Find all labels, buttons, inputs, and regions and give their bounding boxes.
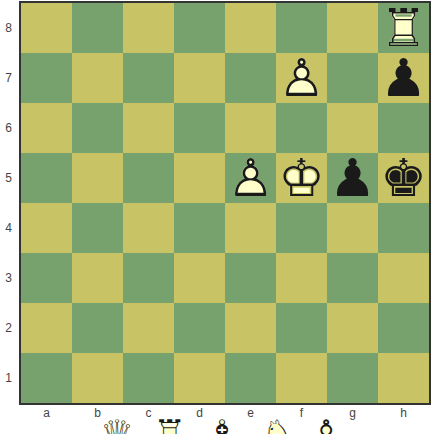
square-a1[interactable] [21,353,72,403]
square-f7[interactable]: ♟♙ [276,53,327,103]
square-b7[interactable] [72,53,123,103]
bishop-outline-glyph: ♗ [200,413,244,434]
square-d4[interactable] [174,203,225,253]
square-h3[interactable] [378,253,429,303]
square-g6[interactable] [327,103,378,153]
square-f5[interactable]: ♚♔ [276,153,327,203]
square-c4[interactable] [123,203,174,253]
square-h2[interactable] [378,303,429,353]
square-g2[interactable] [327,303,378,353]
square-d6[interactable] [174,103,225,153]
spare-piece-white-bishop[interactable]: ♝♗ [200,413,244,434]
square-c7[interactable] [123,53,174,103]
square-b4[interactable] [72,203,123,253]
piece-black-king-h5[interactable]: ♚ [378,153,429,203]
spare-piece-white-knight[interactable]: ♞♘ [256,413,300,434]
rank-label-7: 7 [0,53,17,103]
square-e2[interactable] [225,303,276,353]
square-e4[interactable] [225,203,276,253]
square-a8[interactable] [21,3,72,53]
square-d1[interactable] [174,353,225,403]
square-e8[interactable] [225,3,276,53]
square-d5[interactable] [174,153,225,203]
square-h6[interactable] [378,103,429,153]
square-f6[interactable] [276,103,327,153]
square-a6[interactable] [21,103,72,153]
square-e1[interactable] [225,353,276,403]
knight-outline-glyph: ♘ [256,413,300,434]
spare-piece-white-pawn[interactable]: ♟♙ [304,413,348,434]
square-g4[interactable] [327,203,378,253]
file-label-a: a [21,406,72,420]
square-g7[interactable] [327,53,378,103]
rank-label-8: 8 [0,3,17,53]
square-c6[interactable] [123,103,174,153]
piece-white-pawn-e5[interactable]: ♟♙ [225,153,276,203]
square-f1[interactable] [276,353,327,403]
square-c2[interactable] [123,303,174,353]
file-label-h: h [378,406,429,420]
pawn-outline-glyph: ♙ [276,53,327,103]
square-e6[interactable] [225,103,276,153]
square-f2[interactable] [276,303,327,353]
rank-label-3: 3 [0,253,17,303]
rank-label-4: 4 [0,203,17,253]
piece-white-king-f5[interactable]: ♚♔ [276,153,327,203]
square-e3[interactable] [225,253,276,303]
square-b3[interactable] [72,253,123,303]
square-b5[interactable] [72,153,123,203]
square-g3[interactable] [327,253,378,303]
square-f4[interactable] [276,203,327,253]
square-f3[interactable] [276,253,327,303]
square-d2[interactable] [174,303,225,353]
square-b8[interactable] [72,3,123,53]
pawn-glyph: ♟ [378,53,429,103]
square-h5[interactable]: ♚ [378,153,429,203]
square-g1[interactable] [327,353,378,403]
square-a2[interactable] [21,303,72,353]
square-d7[interactable] [174,53,225,103]
pawn-outline-glyph: ♙ [304,413,348,434]
square-h7[interactable]: ♟ [378,53,429,103]
square-a5[interactable] [21,153,72,203]
king-outline-glyph: ♔ [276,153,327,203]
square-g5[interactable]: ♟ [327,153,378,203]
square-e5[interactable]: ♟♙ [225,153,276,203]
queen-outline-glyph: ♕ [95,413,139,434]
square-h1[interactable] [378,353,429,403]
square-e7[interactable] [225,53,276,103]
piece-white-pawn-f7[interactable]: ♟♙ [276,53,327,103]
piece-black-pawn-g5[interactable]: ♟ [327,153,378,203]
square-b1[interactable] [72,353,123,403]
rank-label-6: 6 [0,103,17,153]
square-h8[interactable]: ♜♖ [378,3,429,53]
pawn-glyph: ♟ [327,153,378,203]
square-c3[interactable] [123,253,174,303]
square-a4[interactable] [21,203,72,253]
square-a3[interactable] [21,253,72,303]
square-d3[interactable] [174,253,225,303]
square-h4[interactable] [378,203,429,253]
rook-outline-glyph: ♖ [148,413,192,434]
spare-piece-white-rook[interactable]: ♜♖ [148,413,192,434]
pawn-outline-glyph: ♙ [225,153,276,203]
rank-label-2: 2 [0,303,17,353]
square-f8[interactable] [276,3,327,53]
spare-piece-white-queen[interactable]: ♛♕ [95,413,139,434]
square-c5[interactable] [123,153,174,203]
rook-outline-glyph: ♖ [378,3,429,53]
piece-white-rook-h8[interactable]: ♜♖ [378,3,429,53]
square-b2[interactable] [72,303,123,353]
chess-board: ♜♖♟♙♟♟♙♚♔♟♚ [19,1,431,405]
square-d8[interactable] [174,3,225,53]
square-g8[interactable] [327,3,378,53]
square-b6[interactable] [72,103,123,153]
king-glyph: ♚ [378,153,429,203]
piece-black-pawn-h7[interactable]: ♟ [378,53,429,103]
rank-label-1: 1 [0,353,17,403]
rank-label-5: 5 [0,153,17,203]
square-a7[interactable] [21,53,72,103]
square-c1[interactable] [123,353,174,403]
square-c8[interactable] [123,3,174,53]
